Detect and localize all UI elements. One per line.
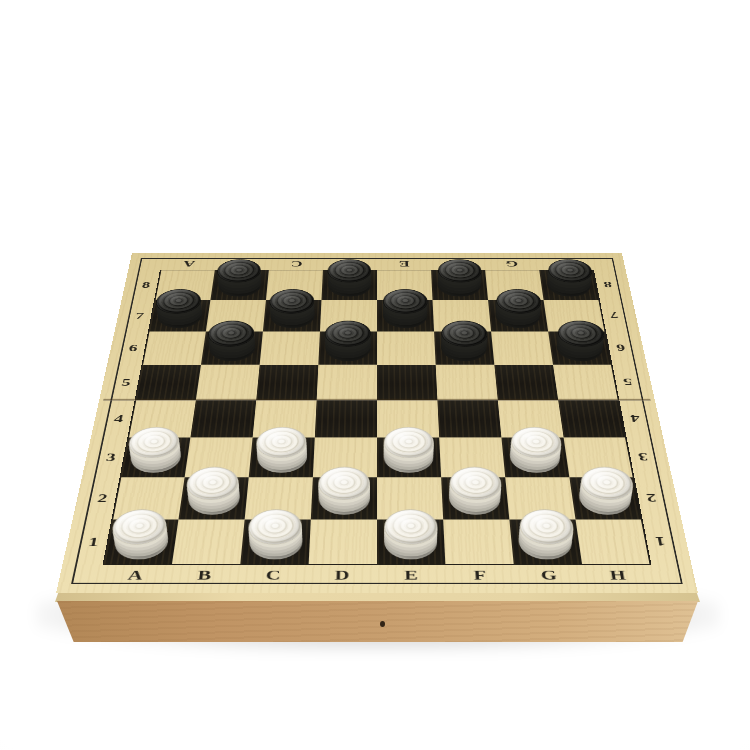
file-label-b: B [215, 258, 270, 269]
white-piece-c3[interactable] [256, 442, 308, 473]
square-c7[interactable] [263, 300, 322, 332]
square-a5[interactable] [135, 365, 201, 400]
board-3d-wrapper: ABCDEFGH ABCDEFGH 87654321 87654321 [56, 253, 698, 593]
square-c6[interactable] [260, 331, 320, 364]
square-h8[interactable] [539, 270, 599, 300]
square-h2[interactable] [569, 477, 641, 519]
white-piece-e3[interactable] [384, 442, 434, 473]
piece-top [324, 321, 371, 347]
black-piece-d8[interactable] [328, 273, 372, 297]
fold-seam [103, 399, 651, 401]
square-e1[interactable] [377, 519, 445, 564]
file-label-g: G [514, 566, 585, 584]
file-label-d: D [308, 566, 377, 584]
square-f5[interactable] [436, 365, 498, 400]
square-g6[interactable] [491, 331, 553, 364]
square-d6[interactable] [318, 331, 377, 364]
box-side-panel [57, 601, 698, 642]
piece-top [384, 509, 438, 544]
square-f4[interactable] [437, 400, 501, 437]
square-h6[interactable] [548, 331, 612, 364]
black-piece-f8[interactable] [437, 273, 482, 297]
white-piece-c1[interactable] [248, 524, 303, 559]
black-piece-h6[interactable] [555, 335, 605, 361]
black-piece-h8[interactable] [545, 273, 592, 297]
black-piece-d6[interactable] [325, 335, 371, 361]
file-label-e: E [377, 258, 431, 269]
square-b2[interactable] [178, 477, 248, 519]
square-b4[interactable] [190, 400, 256, 437]
file-label-a: A [161, 258, 217, 269]
square-b6[interactable] [201, 331, 263, 364]
black-piece-c7[interactable] [269, 303, 315, 328]
square-e5[interactable] [377, 365, 437, 400]
file-label-h: H [538, 258, 594, 269]
square-h5[interactable] [553, 365, 619, 400]
square-c5[interactable] [256, 365, 318, 400]
piece-top [384, 427, 435, 458]
white-piece-a3[interactable] [128, 442, 183, 473]
white-piece-e1[interactable] [384, 524, 438, 559]
square-g3[interactable] [501, 437, 569, 477]
square-f6[interactable] [434, 331, 494, 364]
square-g5[interactable] [494, 365, 558, 400]
file-label-f: F [431, 258, 486, 269]
photo-background: ABCDEFGH ABCDEFGH 87654321 87654321 [0, 0, 750, 750]
white-piece-g1[interactable] [517, 524, 574, 559]
square-c1[interactable] [240, 519, 311, 564]
square-f8[interactable] [431, 270, 488, 300]
black-piece-e7[interactable] [383, 303, 428, 328]
square-f2[interactable] [441, 477, 509, 519]
square-d5[interactable] [317, 365, 377, 400]
square-h1[interactable] [576, 519, 651, 564]
black-piece-b6[interactable] [208, 335, 257, 361]
square-b1[interactable] [172, 519, 245, 564]
file-label-h: H [582, 566, 654, 584]
file-label-c: C [269, 258, 324, 269]
square-f1[interactable] [443, 519, 514, 564]
file-label-a: A [100, 566, 172, 584]
square-h4[interactable] [558, 400, 626, 437]
white-piece-h2[interactable] [577, 482, 634, 515]
square-c3[interactable] [249, 437, 315, 477]
square-d2[interactable] [311, 477, 377, 519]
square-g1[interactable] [509, 519, 582, 564]
square-b5[interactable] [196, 365, 260, 400]
white-piece-b2[interactable] [186, 482, 241, 515]
black-piece-b8[interactable] [217, 273, 263, 297]
square-e3[interactable] [377, 437, 441, 477]
square-b8[interactable] [210, 270, 268, 300]
square-g7[interactable] [488, 300, 548, 332]
white-piece-f2[interactable] [448, 482, 502, 515]
square-a7[interactable] [149, 300, 211, 332]
white-piece-d2[interactable] [318, 482, 370, 515]
file-label-d: D [323, 258, 377, 269]
square-a3[interactable] [120, 437, 190, 477]
white-piece-g3[interactable] [508, 442, 561, 473]
checkers-board [104, 270, 651, 565]
square-e7[interactable] [377, 300, 434, 332]
black-piece-f6[interactable] [440, 335, 487, 361]
black-piece-g7[interactable] [494, 303, 541, 328]
file-label-b: B [169, 566, 240, 584]
rank-label-8: 8 [594, 270, 621, 300]
clasp-pin [380, 621, 385, 627]
file-label-c: C [238, 566, 308, 584]
piece-top [383, 289, 428, 314]
square-d8[interactable] [321, 270, 377, 300]
square-e6[interactable] [377, 331, 436, 364]
white-piece-a1[interactable] [112, 524, 171, 559]
file-labels-top: ABCDEFGH [161, 258, 593, 269]
file-label-e: E [377, 566, 446, 584]
black-piece-a7[interactable] [156, 303, 204, 328]
file-label-f: F [445, 566, 515, 584]
square-a6[interactable] [142, 331, 206, 364]
square-d4[interactable] [315, 400, 377, 437]
square-a1[interactable] [104, 519, 179, 564]
board-face: ABCDEFGH ABCDEFGH 87654321 87654321 [56, 253, 698, 593]
piece-top [318, 467, 371, 500]
square-d1[interactable] [309, 519, 377, 564]
file-label-g: G [484, 258, 539, 269]
file-labels-bottom: ABCDEFGH [100, 566, 655, 584]
piece-top [441, 321, 489, 347]
